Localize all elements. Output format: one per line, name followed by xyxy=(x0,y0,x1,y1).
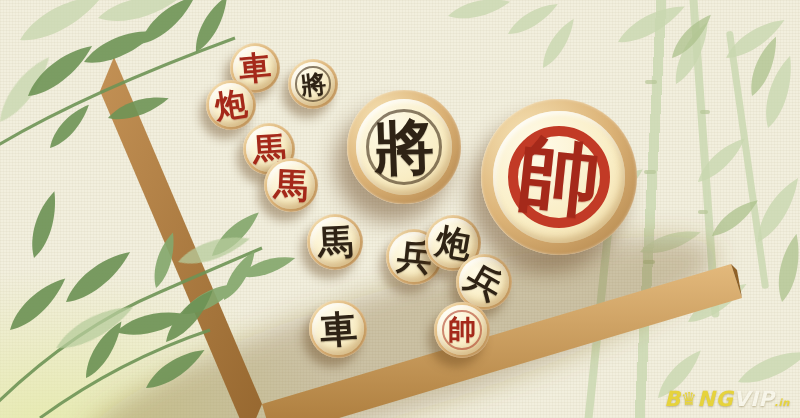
piece-decorative-black-general[interactable]: 將 xyxy=(347,90,461,204)
piece-character: 炮 xyxy=(213,87,249,123)
piece-face: 炮 xyxy=(209,83,253,127)
piece-red-cannon[interactable]: 炮 xyxy=(206,80,256,130)
piece-face: 馬 xyxy=(267,161,315,209)
piece-character: 將 xyxy=(373,116,435,178)
piece-character: 兵 xyxy=(460,258,508,306)
piece-character: 帥 xyxy=(514,132,604,222)
watermark-letters-ng: NG xyxy=(697,387,733,411)
piece-face: 帥 xyxy=(437,305,486,354)
piece-red-general[interactable]: 帥 xyxy=(434,302,490,358)
piece-face: 將 xyxy=(291,62,335,106)
piece-character: 炮 xyxy=(433,223,474,264)
piece-character: 將 xyxy=(299,70,326,97)
watermark-suffix: .in xyxy=(774,397,790,408)
watermark-letter-b: B xyxy=(664,387,681,411)
piece-face: 馬 xyxy=(310,217,359,266)
bongvip-watermark: B♛NGVIP.in xyxy=(664,387,790,411)
piece-character: 車 xyxy=(238,51,273,86)
xiangqi-promo-scene: 車將炮馬馬馬兵炮兵車帥將帥 B♛NGVIP.in xyxy=(0,0,800,418)
piece-decorative-red-general[interactable]: 帥 xyxy=(481,99,637,255)
piece-character: 馬 xyxy=(273,167,309,203)
piece-character: 帥 xyxy=(448,316,476,344)
piece-face: 車 xyxy=(312,303,363,354)
piece-black-chariot[interactable]: 車 xyxy=(309,300,367,358)
piece-black-horse[interactable]: 馬 xyxy=(307,214,363,270)
crown-icon: ♛ xyxy=(681,388,698,409)
piece-face: 將 xyxy=(356,99,452,195)
piece-character: 車 xyxy=(318,309,357,348)
piece-face: 兵 xyxy=(459,257,508,306)
piece-black-general[interactable]: 將 xyxy=(288,59,338,109)
piece-face: 帥 xyxy=(493,111,624,242)
pieces-layer: 車將炮馬馬馬兵炮兵車帥將帥 xyxy=(0,0,800,418)
piece-red-horse-2[interactable]: 馬 xyxy=(264,158,318,212)
watermark-letters-vip: VIP xyxy=(733,387,774,411)
piece-character: 馬 xyxy=(317,224,354,261)
